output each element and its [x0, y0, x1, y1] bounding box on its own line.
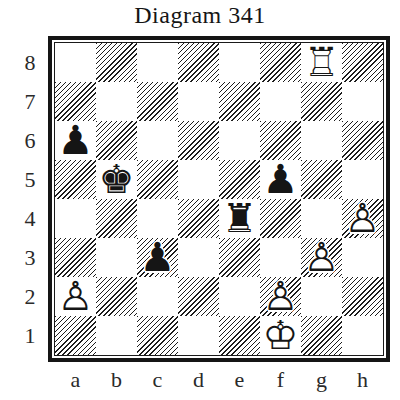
piece-black-pawn-f5: ♟	[260, 160, 301, 199]
chess-board: ♜♖♟♚♟♜♟♙♟♟♙♟♙♟♙♚♔	[48, 36, 390, 362]
file-label-e: e	[219, 366, 260, 394]
square-a7	[55, 82, 96, 121]
square-h1	[342, 316, 383, 355]
square-c8	[137, 43, 178, 82]
square-d7	[178, 82, 219, 121]
piece-white-pawn-a2: ♟♙	[55, 277, 96, 316]
rank-label-2: 2	[16, 277, 44, 316]
piece-white-rook-g8: ♜♖	[301, 43, 342, 82]
square-f3	[260, 238, 301, 277]
piece-glyph: ♜	[219, 199, 260, 238]
square-e4: ♜	[219, 199, 260, 238]
square-f2: ♟♙	[260, 277, 301, 316]
rank-labels: 87654321	[16, 43, 44, 355]
square-f6	[260, 121, 301, 160]
piece-black-pawn-c3: ♟	[137, 238, 178, 277]
piece-glyph: ♙	[301, 238, 342, 277]
piece-white-pawn-h4: ♟♙	[342, 199, 383, 238]
file-label-b: b	[96, 366, 137, 394]
square-d5	[178, 160, 219, 199]
piece-glyph: ♟	[260, 160, 301, 199]
file-label-a: a	[55, 366, 96, 394]
square-c7	[137, 82, 178, 121]
square-c1	[137, 316, 178, 355]
rank-label-6: 6	[16, 121, 44, 160]
rank-label-8: 8	[16, 43, 44, 82]
square-g2	[301, 277, 342, 316]
square-e7	[219, 82, 260, 121]
piece-black-pawn-a6: ♟	[55, 121, 96, 160]
square-b3	[96, 238, 137, 277]
square-g7	[301, 82, 342, 121]
square-g3: ♟♙	[301, 238, 342, 277]
square-h2	[342, 277, 383, 316]
file-label-f: f	[260, 366, 301, 394]
square-f5: ♟	[260, 160, 301, 199]
square-g5	[301, 160, 342, 199]
square-d8	[178, 43, 219, 82]
square-b1	[96, 316, 137, 355]
piece-glyph: ♚	[96, 160, 137, 199]
square-a5	[55, 160, 96, 199]
file-label-d: d	[178, 366, 219, 394]
file-label-g: g	[301, 366, 342, 394]
square-f4	[260, 199, 301, 238]
square-h3	[342, 238, 383, 277]
square-f1: ♚♔	[260, 316, 301, 355]
square-f8	[260, 43, 301, 82]
square-c3: ♟	[137, 238, 178, 277]
piece-white-pawn-f2: ♟♙	[260, 277, 301, 316]
square-b7	[96, 82, 137, 121]
rank-label-7: 7	[16, 82, 44, 121]
square-d3	[178, 238, 219, 277]
square-g4	[301, 199, 342, 238]
square-a8	[55, 43, 96, 82]
square-b2	[96, 277, 137, 316]
square-d1	[178, 316, 219, 355]
square-e2	[219, 277, 260, 316]
square-c5	[137, 160, 178, 199]
square-e6	[219, 121, 260, 160]
square-b6	[96, 121, 137, 160]
rank-label-5: 5	[16, 160, 44, 199]
rank-label-1: 1	[16, 316, 44, 355]
square-g8: ♜♖	[301, 43, 342, 82]
square-a4	[55, 199, 96, 238]
diagram-title: Diagram 341	[0, 2, 400, 29]
square-h6	[342, 121, 383, 160]
piece-glyph: ♟	[55, 121, 96, 160]
rank-label-4: 4	[16, 199, 44, 238]
piece-glyph: ♙	[342, 199, 383, 238]
square-g6	[301, 121, 342, 160]
file-label-c: c	[137, 366, 178, 394]
diagram-page: Diagram 341 87654321 ♜♖♟♚♟♜♟♙♟♟♙♟♙♟♙♚♔ a…	[0, 0, 400, 400]
square-a2: ♟♙	[55, 277, 96, 316]
piece-white-king-f1: ♚♔	[260, 316, 301, 355]
square-h7	[342, 82, 383, 121]
piece-black-king-b5: ♚	[96, 160, 137, 199]
square-c4	[137, 199, 178, 238]
square-e3	[219, 238, 260, 277]
square-h5	[342, 160, 383, 199]
square-e8	[219, 43, 260, 82]
piece-glyph: ♔	[260, 316, 301, 355]
square-f7	[260, 82, 301, 121]
square-c6	[137, 121, 178, 160]
square-g1	[301, 316, 342, 355]
square-e1	[219, 316, 260, 355]
square-a1	[55, 316, 96, 355]
board-grid: ♜♖♟♚♟♜♟♙♟♟♙♟♙♟♙♚♔	[55, 43, 383, 355]
piece-white-pawn-g3: ♟♙	[301, 238, 342, 277]
file-labels: abcdefgh	[55, 366, 383, 394]
square-b8	[96, 43, 137, 82]
file-label-h: h	[342, 366, 383, 394]
piece-glyph: ♙	[55, 277, 96, 316]
board-inner-frame: ♜♖♟♚♟♜♟♙♟♟♙♟♙♟♙♚♔	[54, 42, 384, 356]
square-d6	[178, 121, 219, 160]
rank-label-3: 3	[16, 238, 44, 277]
square-d4	[178, 199, 219, 238]
square-h4: ♟♙	[342, 199, 383, 238]
square-a3	[55, 238, 96, 277]
square-e5	[219, 160, 260, 199]
square-c2	[137, 277, 178, 316]
square-d2	[178, 277, 219, 316]
square-b5: ♚	[96, 160, 137, 199]
square-b4	[96, 199, 137, 238]
piece-black-rook-e4: ♜	[219, 199, 260, 238]
square-h8	[342, 43, 383, 82]
piece-glyph: ♟	[137, 238, 178, 277]
piece-glyph: ♖	[301, 43, 342, 82]
piece-glyph: ♙	[260, 277, 301, 316]
square-a6: ♟	[55, 121, 96, 160]
